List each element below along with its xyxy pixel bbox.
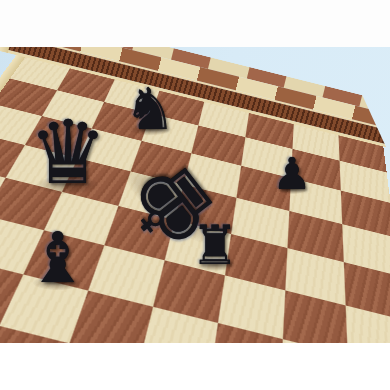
top-crop-band [0, 0, 390, 47]
black-rook[interactable]: ♜ [191, 219, 239, 273]
black-queen[interactable]: ♛ [29, 109, 108, 197]
black-knight[interactable]: ♞ [124, 80, 176, 138]
chess-photo-scene: ♞♟♛♚♜♝ [0, 0, 390, 390]
bottom-crop-band [0, 343, 390, 390]
black-pawn[interactable]: ♟ [272, 152, 311, 196]
photo-area: ♞♟♛♚♜♝ [0, 47, 390, 343]
black-bishop[interactable]: ♝ [27, 223, 90, 293]
